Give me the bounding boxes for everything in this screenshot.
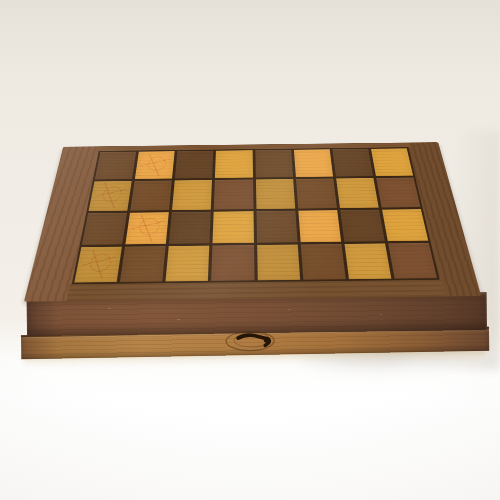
board-square: [130, 180, 172, 210]
checkerboard: [72, 147, 440, 284]
board-square: [371, 148, 413, 176]
board-square: [298, 210, 341, 243]
photo-scene: [0, 0, 500, 500]
board-square: [255, 179, 294, 209]
board-square: [255, 150, 293, 178]
board-square: [74, 247, 122, 283]
board-square: [388, 243, 437, 279]
board-square: [215, 150, 252, 178]
board-square: [332, 149, 373, 177]
board-square: [300, 244, 345, 280]
board-square: [336, 178, 379, 208]
board-square: [340, 209, 385, 242]
board-square: [175, 151, 213, 179]
board-square: [172, 180, 212, 210]
board-square: [135, 151, 175, 179]
board-square: [166, 246, 210, 282]
board-square: [89, 181, 132, 211]
keyhole-latch-icon: [222, 327, 286, 354]
board-top-face: [24, 142, 481, 301]
board-square: [169, 211, 211, 244]
board-square: [120, 246, 166, 282]
board-square: [382, 209, 428, 242]
board-square: [213, 211, 254, 244]
board-square: [214, 179, 253, 209]
board-square: [256, 210, 297, 243]
board-square: [376, 177, 420, 207]
board-square: [294, 149, 333, 177]
board-square: [95, 152, 136, 180]
board-square: [212, 245, 254, 281]
chess-box: [0, 0, 500, 500]
board-square: [344, 244, 391, 280]
board-square: [82, 212, 127, 245]
board-square: [257, 245, 300, 281]
board-square: [296, 178, 337, 208]
board-square: [125, 212, 169, 245]
